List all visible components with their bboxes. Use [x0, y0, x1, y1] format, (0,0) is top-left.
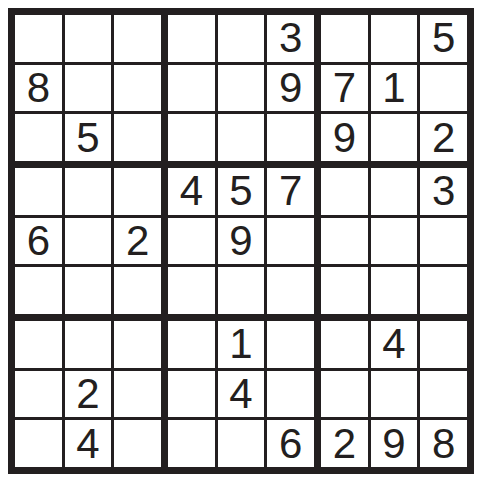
cell-r8c8[interactable]: [371, 371, 418, 418]
cell-r2c5[interactable]: [218, 65, 265, 112]
cell-r2c3[interactable]: [114, 65, 161, 112]
cell-r5c3[interactable]: 2: [114, 218, 161, 265]
cell-r5c5[interactable]: 9: [218, 218, 265, 265]
cell-r1c6[interactable]: 3: [267, 15, 314, 62]
cell-r1c1[interactable]: [15, 15, 62, 62]
box-4: 62: [15, 168, 161, 314]
cell-r6c1[interactable]: [15, 267, 62, 314]
cell-r8c7[interactable]: [321, 371, 368, 418]
cell-r3c4[interactable]: [168, 114, 215, 161]
cell-r9c4[interactable]: [168, 420, 215, 467]
cell-r9c1[interactable]: [15, 420, 62, 467]
cell-r7c9[interactable]: [420, 321, 467, 368]
cell-r2c1[interactable]: 8: [15, 65, 62, 112]
cell-r7c2[interactable]: [65, 321, 112, 368]
cell-r5c2[interactable]: [65, 218, 112, 265]
cell-r8c6[interactable]: [267, 371, 314, 418]
cell-r7c7[interactable]: [321, 321, 368, 368]
cell-r7c6[interactable]: [267, 321, 314, 368]
cell-r2c2[interactable]: [65, 65, 112, 112]
box-8: 146: [168, 321, 314, 467]
cell-r1c5[interactable]: [218, 15, 265, 62]
cell-r5c1[interactable]: 6: [15, 218, 62, 265]
cell-r5c4[interactable]: [168, 218, 215, 265]
cell-r5c6[interactable]: [267, 218, 314, 265]
cell-r2c6[interactable]: 9: [267, 65, 314, 112]
box-5: 4579: [168, 168, 314, 314]
cell-r3c5[interactable]: [218, 114, 265, 161]
cell-r4c6[interactable]: 7: [267, 168, 314, 215]
cell-r4c7[interactable]: [321, 168, 368, 215]
cell-r8c9[interactable]: [420, 371, 467, 418]
cell-r7c4[interactable]: [168, 321, 215, 368]
cell-r4c4[interactable]: 4: [168, 168, 215, 215]
cell-r9c8[interactable]: 9: [371, 420, 418, 467]
cell-r2c7[interactable]: 7: [321, 65, 368, 112]
cell-r3c1[interactable]: [15, 114, 62, 161]
cell-r4c2[interactable]: [65, 168, 112, 215]
cell-r5c9[interactable]: [420, 218, 467, 265]
cell-r7c3[interactable]: [114, 321, 161, 368]
cell-r4c9[interactable]: 3: [420, 168, 467, 215]
cell-r6c6[interactable]: [267, 267, 314, 314]
box-1: 85: [15, 15, 161, 161]
cell-r3c8[interactable]: [371, 114, 418, 161]
cell-r5c7[interactable]: [321, 218, 368, 265]
cell-r9c5[interactable]: [218, 420, 265, 467]
cell-r6c8[interactable]: [371, 267, 418, 314]
cell-r6c5[interactable]: [218, 267, 265, 314]
cell-r3c9[interactable]: 2: [420, 114, 467, 161]
cell-r8c3[interactable]: [114, 371, 161, 418]
cell-r7c5[interactable]: 1: [218, 321, 265, 368]
cell-r6c3[interactable]: [114, 267, 161, 314]
cell-r1c4[interactable]: [168, 15, 215, 62]
cell-r7c1[interactable]: [15, 321, 62, 368]
cell-r1c8[interactable]: [371, 15, 418, 62]
box-2: 39: [168, 15, 314, 161]
cell-r6c4[interactable]: [168, 267, 215, 314]
cell-r6c7[interactable]: [321, 267, 368, 314]
cell-r3c2[interactable]: 5: [65, 114, 112, 161]
cell-r4c1[interactable]: [15, 168, 62, 215]
cell-r7c8[interactable]: 4: [371, 321, 418, 368]
sudoku-page: 8539571926245793241464298: [0, 0, 482, 482]
cell-r2c4[interactable]: [168, 65, 215, 112]
cell-r2c9[interactable]: [420, 65, 467, 112]
cell-r8c4[interactable]: [168, 371, 215, 418]
cell-r3c3[interactable]: [114, 114, 161, 161]
cell-r9c6[interactable]: 6: [267, 420, 314, 467]
cell-r6c9[interactable]: [420, 267, 467, 314]
cell-r9c7[interactable]: 2: [321, 420, 368, 467]
cell-r2c8[interactable]: 1: [371, 65, 418, 112]
box-3: 57192: [321, 15, 467, 161]
cell-r8c2[interactable]: 2: [65, 371, 112, 418]
cell-r8c1[interactable]: [15, 371, 62, 418]
cell-r9c3[interactable]: [114, 420, 161, 467]
cell-r5c8[interactable]: [371, 218, 418, 265]
cell-r1c3[interactable]: [114, 15, 161, 62]
cell-r3c6[interactable]: [267, 114, 314, 161]
cell-r1c9[interactable]: 5: [420, 15, 467, 62]
cell-r4c3[interactable]: [114, 168, 161, 215]
box-6: 3: [321, 168, 467, 314]
sudoku-board: 8539571926245793241464298: [8, 8, 474, 474]
cell-r3c7[interactable]: 9: [321, 114, 368, 161]
cell-r4c5[interactable]: 5: [218, 168, 265, 215]
cell-r1c2[interactable]: [65, 15, 112, 62]
box-9: 4298: [321, 321, 467, 467]
cell-r6c2[interactable]: [65, 267, 112, 314]
box-7: 24: [15, 321, 161, 467]
cell-r8c5[interactable]: 4: [218, 371, 265, 418]
cell-r1c7[interactable]: [321, 15, 368, 62]
cell-r9c2[interactable]: 4: [65, 420, 112, 467]
cell-r4c8[interactable]: [371, 168, 418, 215]
cell-r9c9[interactable]: 8: [420, 420, 467, 467]
